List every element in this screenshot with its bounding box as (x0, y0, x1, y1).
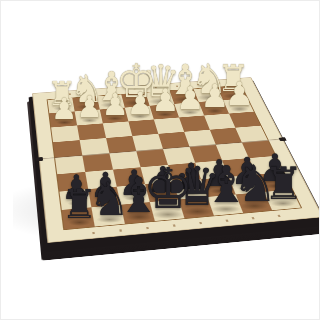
square-h7 (59, 189, 91, 210)
square-c7 (201, 177, 236, 197)
square-e7 (145, 182, 179, 202)
square-e6 (141, 165, 174, 184)
square-b8 (236, 192, 272, 213)
board-grid (47, 85, 303, 230)
board-playing-surface (32, 77, 320, 243)
square-f6 (113, 167, 145, 186)
square-a8 (264, 189, 301, 210)
square-d6 (168, 163, 201, 182)
square-h5 (55, 156, 85, 175)
square-a6 (249, 156, 284, 175)
square-d5 (163, 147, 195, 165)
square-h4 (53, 140, 82, 158)
folding-chess-board (32, 77, 320, 243)
square-g4 (80, 138, 110, 156)
square-g8 (91, 205, 125, 227)
square-c8 (207, 194, 243, 215)
hinge-clasp-right (278, 137, 286, 141)
product-photo-chess-set: ♜♞♝♛♚♝♞♜♟♟♟♟♟♟♟♟♟♟♟♟♟♟♟♟♜♞♝♛♚♝♞♜ (0, 0, 320, 320)
square-f5 (109, 151, 140, 169)
square-d8 (179, 197, 214, 218)
square-f4 (106, 136, 136, 153)
square-h8 (62, 207, 95, 229)
square-f7 (117, 184, 150, 204)
square-h6 (57, 172, 88, 192)
square-d7 (173, 179, 207, 199)
square-c6 (195, 160, 229, 179)
square-g6 (85, 170, 117, 190)
square-f8 (121, 202, 155, 224)
square-a7 (256, 172, 292, 192)
square-e8 (150, 200, 185, 221)
board-3d-scene (1, 1, 319, 319)
square-a5 (242, 140, 276, 158)
square-e5 (136, 149, 168, 167)
square-g7 (88, 187, 120, 208)
square-g5 (82, 153, 113, 172)
square-b7 (229, 175, 264, 195)
square-b6 (222, 158, 256, 177)
